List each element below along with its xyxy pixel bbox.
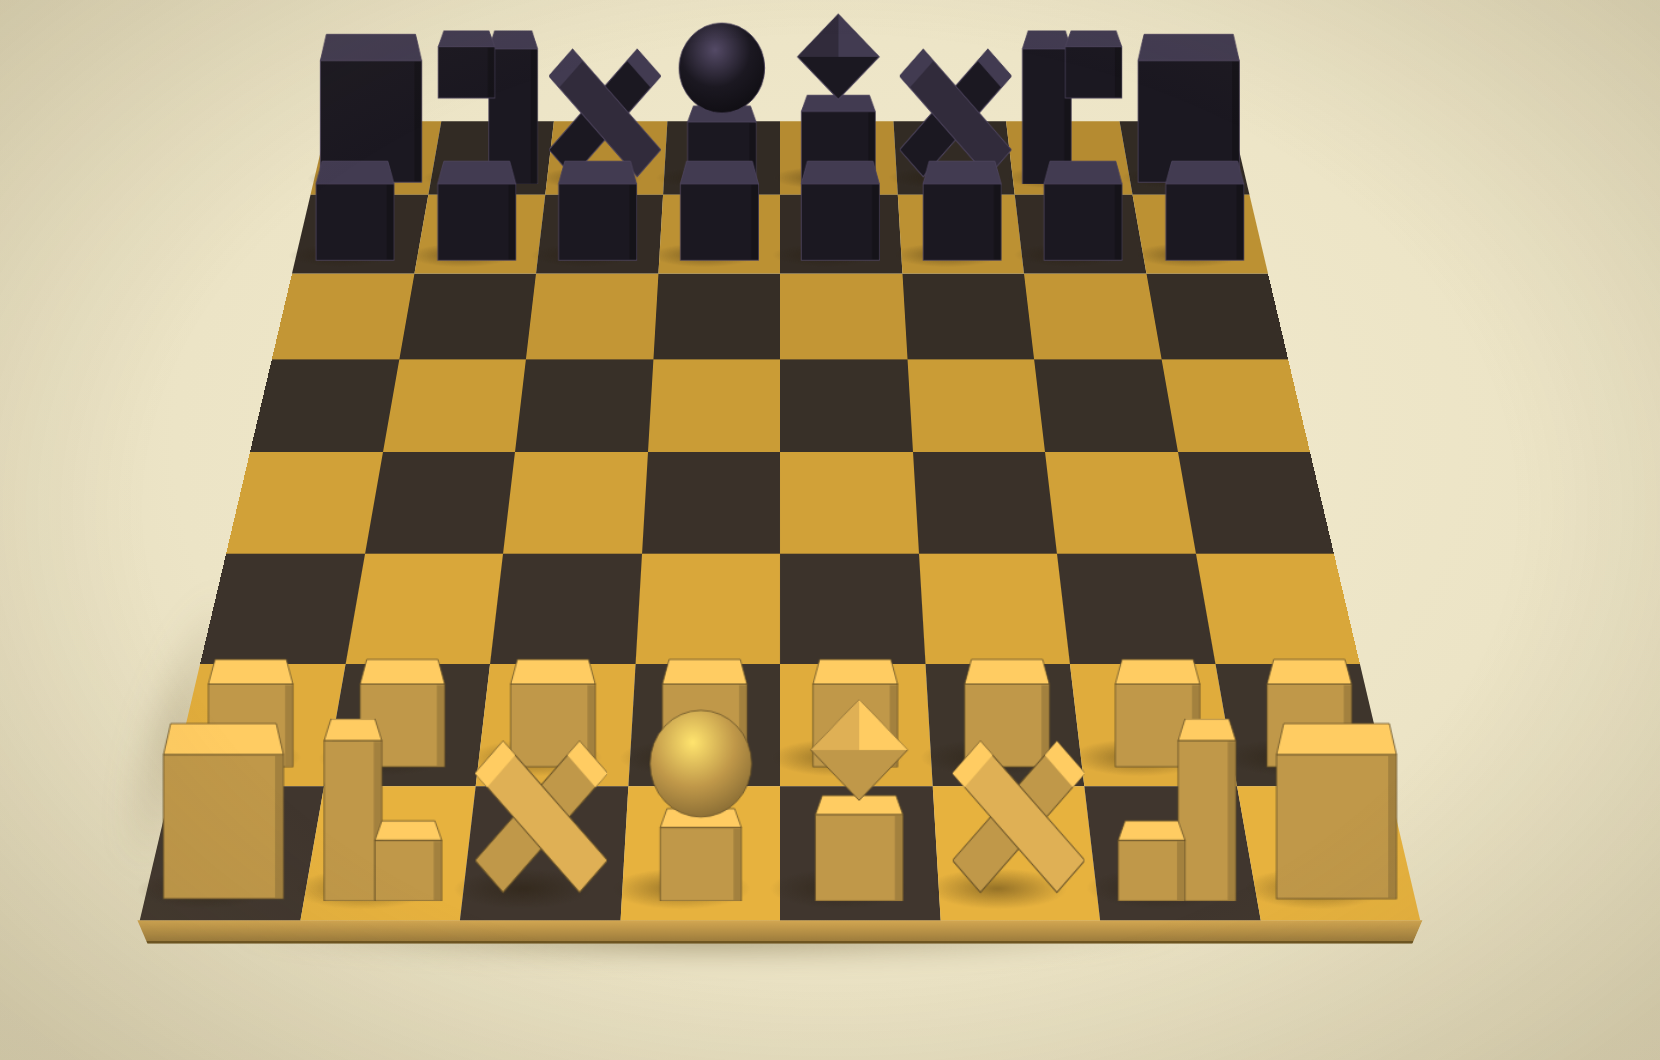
square-h4[interactable] <box>1178 452 1334 553</box>
square-g3[interactable] <box>1057 553 1215 664</box>
black-pawn[interactable] <box>314 159 396 262</box>
square-b4[interactable] <box>365 452 515 553</box>
square-a6[interactable] <box>272 274 414 360</box>
square-e6[interactable] <box>780 274 907 360</box>
white-bishop[interactable] <box>476 724 608 902</box>
square-d6[interactable] <box>653 274 780 360</box>
white-rook[interactable] <box>161 721 286 901</box>
square-f4[interactable] <box>913 452 1057 553</box>
black-pawn[interactable] <box>1042 159 1124 262</box>
square-e4[interactable] <box>780 452 918 553</box>
square-d4[interactable] <box>642 452 780 553</box>
square-a4[interactable] <box>226 452 382 553</box>
photo-background <box>0 0 1660 1060</box>
square-d3[interactable] <box>635 553 780 664</box>
white-king[interactable] <box>802 695 917 901</box>
square-e1[interactable] <box>780 786 940 920</box>
black-pawn[interactable] <box>921 159 1003 262</box>
square-f5[interactable] <box>907 359 1045 452</box>
square-g1[interactable] <box>1084 786 1260 920</box>
square-c3[interactable] <box>490 553 641 664</box>
square-f1[interactable] <box>932 786 1100 920</box>
black-pawn[interactable] <box>436 159 518 262</box>
square-a3[interactable] <box>200 553 365 664</box>
square-d5[interactable] <box>648 359 781 452</box>
square-h5[interactable] <box>1161 359 1310 452</box>
square-g6[interactable] <box>1024 274 1161 360</box>
square-h7[interactable] <box>1132 195 1268 274</box>
square-h3[interactable] <box>1195 553 1360 664</box>
square-h6[interactable] <box>1146 274 1288 360</box>
square-c1[interactable] <box>460 786 628 920</box>
white-knight[interactable] <box>323 719 443 901</box>
square-b6[interactable] <box>399 274 536 360</box>
square-d1[interactable] <box>620 786 780 920</box>
black-pawn[interactable] <box>800 159 882 262</box>
square-h1[interactable] <box>1236 786 1420 920</box>
square-g4[interactable] <box>1045 452 1195 553</box>
square-c5[interactable] <box>515 359 653 452</box>
white-rook[interactable] <box>1274 721 1399 901</box>
white-knight[interactable] <box>1117 719 1237 901</box>
square-c6[interactable] <box>526 274 658 360</box>
square-f3[interactable] <box>918 553 1069 664</box>
chessboard <box>140 121 1420 920</box>
square-e3[interactable] <box>780 553 925 664</box>
square-f6[interactable] <box>902 274 1034 360</box>
square-c4[interactable] <box>503 452 647 553</box>
black-pawn[interactable] <box>1164 159 1246 262</box>
square-g5[interactable] <box>1034 359 1177 452</box>
square-a5[interactable] <box>250 359 399 452</box>
black-pawn[interactable] <box>678 159 760 262</box>
perspective-scene <box>0 0 1660 1060</box>
white-queen[interactable] <box>644 707 757 901</box>
square-e5[interactable] <box>780 359 913 452</box>
square-b5[interactable] <box>383 359 526 452</box>
black-pawn[interactable] <box>557 159 639 262</box>
square-b3[interactable] <box>345 553 503 664</box>
white-bishop[interactable] <box>952 724 1084 902</box>
board-front-edge <box>137 920 1422 943</box>
